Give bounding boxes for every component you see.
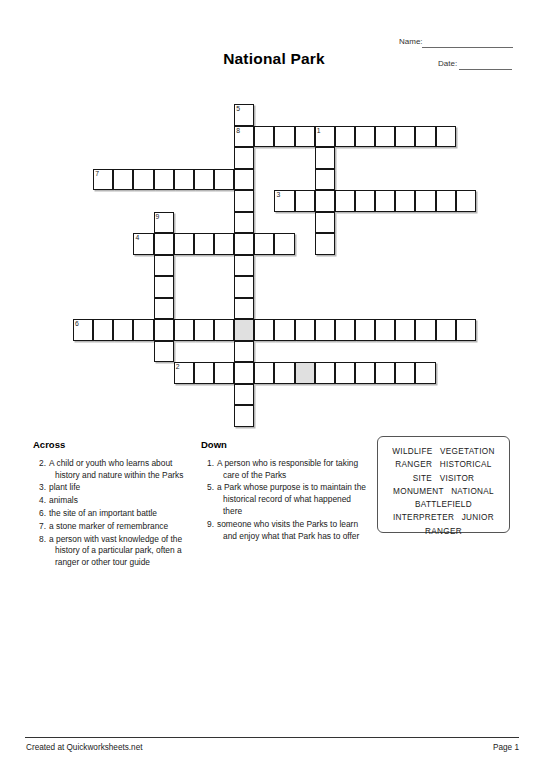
grid-cell[interactable] xyxy=(154,276,174,298)
grid-cell[interactable] xyxy=(254,319,274,341)
grid-void xyxy=(436,255,456,277)
grid-void xyxy=(415,276,435,298)
across-clue-2: 2.A child or youth who learns about hist… xyxy=(33,458,198,482)
grid-cell[interactable] xyxy=(436,126,456,148)
across-clue-4: 4.animals xyxy=(33,495,198,507)
crossword-grid: 581739462 xyxy=(73,104,476,427)
grid-void xyxy=(113,190,133,212)
grid-void xyxy=(436,298,456,320)
grid-cell[interactable] xyxy=(234,362,254,384)
grid-cell[interactable] xyxy=(315,147,335,169)
grid-cell[interactable] xyxy=(415,362,435,384)
grid-void xyxy=(133,190,153,212)
grid-void xyxy=(456,405,476,427)
grid-void xyxy=(113,405,133,427)
grid-void xyxy=(194,255,214,277)
down-clues: Down 1.A person who is responsible for t… xyxy=(201,439,371,543)
clue-number-label: 7. xyxy=(33,521,46,533)
grid-void xyxy=(133,384,153,406)
grid-cell[interactable] xyxy=(214,169,234,191)
grid-void xyxy=(274,341,294,363)
grid-void xyxy=(274,276,294,298)
grid-cell[interactable]: 3 xyxy=(274,190,294,212)
grid-void xyxy=(113,362,133,384)
grid-void xyxy=(415,147,435,169)
clue-number-4: 4 xyxy=(135,234,139,242)
grid-void xyxy=(133,126,153,148)
grid-void xyxy=(415,341,435,363)
clue-number-2: 2 xyxy=(176,363,180,371)
grid-void xyxy=(194,212,214,234)
grid-cell[interactable] xyxy=(194,362,214,384)
grid-void xyxy=(456,384,476,406)
grid-void xyxy=(214,298,234,320)
grid-void xyxy=(113,298,133,320)
clue-text: a stone marker of remembrance xyxy=(49,521,168,533)
clue-number-7: 7 xyxy=(95,170,99,178)
grid-cell[interactable] xyxy=(315,212,335,234)
grid-void xyxy=(113,104,133,126)
grid-void xyxy=(73,190,93,212)
grid-void xyxy=(395,341,415,363)
grid-cell[interactable] xyxy=(395,190,415,212)
footer-page-number: Page 1 xyxy=(493,743,519,752)
name-input-line[interactable] xyxy=(422,38,513,48)
grid-void xyxy=(174,405,194,427)
grid-void xyxy=(254,255,274,277)
grid-void xyxy=(154,362,174,384)
grid-void xyxy=(73,362,93,384)
clue-number-label: 5. xyxy=(201,482,214,517)
grid-void xyxy=(93,255,113,277)
grid-void xyxy=(73,298,93,320)
grid-void xyxy=(274,384,294,406)
grid-void xyxy=(436,384,456,406)
grid-void xyxy=(295,341,315,363)
grid-cell[interactable] xyxy=(234,298,254,320)
grid-void xyxy=(436,233,456,255)
word-bank: WILDLIFE VEGETATIONRANGER HISTORICALSITE… xyxy=(377,436,510,533)
grid-void xyxy=(335,384,355,406)
grid-cell[interactable] xyxy=(234,190,254,212)
grid-void xyxy=(254,405,274,427)
grid-cell[interactable] xyxy=(214,233,234,255)
grid-void xyxy=(415,212,435,234)
grid-cell[interactable] xyxy=(315,362,335,384)
grid-cell[interactable] xyxy=(395,362,415,384)
grid-void xyxy=(274,405,294,427)
grid-void xyxy=(174,298,194,320)
grid-cell[interactable] xyxy=(214,319,234,341)
grid-void xyxy=(456,147,476,169)
clue-number-3: 3 xyxy=(276,191,280,199)
across-clue-8: 8.a person with vast knowledge of the hi… xyxy=(33,534,198,569)
grid-cell[interactable] xyxy=(234,341,254,363)
grid-cell[interactable] xyxy=(254,362,274,384)
word-bank-line: BATTLEFIELD xyxy=(378,498,509,511)
grid-void xyxy=(93,212,113,234)
across-clue-list: 2.A child or youth who learns about hist… xyxy=(33,458,198,569)
grid-void xyxy=(436,212,456,234)
grid-cell[interactable] xyxy=(295,319,315,341)
grid-cell[interactable] xyxy=(335,126,355,148)
grid-void xyxy=(415,104,435,126)
grid-void xyxy=(375,233,395,255)
grid-cell[interactable] xyxy=(335,319,355,341)
grid-void xyxy=(93,233,113,255)
grid-cell[interactable] xyxy=(274,362,294,384)
grid-cell[interactable]: 1 xyxy=(315,126,335,148)
grid-void xyxy=(355,341,375,363)
across-clue-3: 3.plant life xyxy=(33,482,198,494)
grid-void xyxy=(335,233,355,255)
grid-cell[interactable]: 9 xyxy=(154,212,174,234)
grid-void xyxy=(174,104,194,126)
grid-cell[interactable]: 2 xyxy=(174,362,194,384)
date-input-line[interactable] xyxy=(459,60,512,70)
grid-void xyxy=(375,384,395,406)
clue-text: A person who is responsible for taking c… xyxy=(217,458,371,482)
grid-void xyxy=(93,384,113,406)
grid-cell[interactable] xyxy=(154,169,174,191)
grid-void xyxy=(436,147,456,169)
grid-cell[interactable] xyxy=(234,276,254,298)
grid-void xyxy=(335,298,355,320)
grid-void xyxy=(456,233,476,255)
clue-text: someone who visits the Parks to learn an… xyxy=(217,519,371,543)
grid-void xyxy=(375,104,395,126)
grid-void xyxy=(274,255,294,277)
grid-void xyxy=(73,405,93,427)
grid-void xyxy=(154,104,174,126)
grid-cell[interactable] xyxy=(194,169,214,191)
grid-cell[interactable] xyxy=(295,190,315,212)
grid-void xyxy=(375,169,395,191)
grid-void xyxy=(274,298,294,320)
word-bank-line: WILDLIFE VEGETATION xyxy=(378,445,509,458)
grid-cell[interactable] xyxy=(315,233,335,255)
grid-void xyxy=(133,276,153,298)
grid-void xyxy=(395,255,415,277)
grid-cell[interactable]: 6 xyxy=(73,319,93,341)
grid-void xyxy=(395,212,415,234)
grid-cell[interactable]: 8 xyxy=(234,126,254,148)
grid-void xyxy=(113,255,133,277)
grid-cell[interactable] xyxy=(415,126,435,148)
grid-void xyxy=(436,276,456,298)
grid-void xyxy=(274,104,294,126)
grid-void xyxy=(335,147,355,169)
down-heading: Down xyxy=(201,439,371,451)
grid-cell[interactable] xyxy=(234,405,254,427)
clue-number-label: 9. xyxy=(201,519,214,543)
grid-void xyxy=(395,276,415,298)
grid-cell[interactable] xyxy=(456,190,476,212)
grid-cell[interactable] xyxy=(174,319,194,341)
grid-void xyxy=(335,276,355,298)
grid-void xyxy=(415,255,435,277)
grid-void xyxy=(395,298,415,320)
grid-cell[interactable] xyxy=(154,341,174,363)
grid-void xyxy=(274,212,294,234)
grid-void xyxy=(133,405,153,427)
grid-void xyxy=(194,190,214,212)
grid-void xyxy=(113,126,133,148)
grid-cell[interactable] xyxy=(113,169,133,191)
grid-void xyxy=(315,341,335,363)
down-clue-list: 1.A person who is responsible for taking… xyxy=(201,458,371,543)
grid-cell[interactable] xyxy=(355,362,375,384)
grid-cell[interactable] xyxy=(315,169,335,191)
grid-cell[interactable] xyxy=(335,190,355,212)
grid-void xyxy=(415,233,435,255)
grid-void xyxy=(456,126,476,148)
grid-void xyxy=(295,276,315,298)
grid-void xyxy=(93,341,113,363)
grid-void xyxy=(73,212,93,234)
across-clue-7: 7.a stone marker of remembrance xyxy=(33,521,198,533)
grid-cell[interactable] xyxy=(395,319,415,341)
grid-void xyxy=(73,276,93,298)
clue-number-9: 9 xyxy=(156,213,160,221)
grid-void xyxy=(436,405,456,427)
grid-cell[interactable] xyxy=(436,190,456,212)
clue-number-label: 1. xyxy=(201,458,214,482)
grid-void xyxy=(295,255,315,277)
grid-cell[interactable] xyxy=(174,233,194,255)
grid-cell[interactable] xyxy=(375,362,395,384)
grid-cell[interactable] xyxy=(234,169,254,191)
grid-void xyxy=(395,147,415,169)
grid-void xyxy=(133,255,153,277)
grid-void xyxy=(436,362,456,384)
grid-void xyxy=(73,126,93,148)
across-clues: Across 2.A child or youth who learns abo… xyxy=(33,439,198,570)
grid-cell[interactable] xyxy=(335,362,355,384)
grid-void xyxy=(214,255,234,277)
grid-cell[interactable] xyxy=(375,190,395,212)
grid-void xyxy=(254,212,274,234)
grid-void xyxy=(295,104,315,126)
grid-cell[interactable] xyxy=(174,169,194,191)
word-bank-line: SITE VISITOR xyxy=(378,472,509,485)
grid-cell[interactable] xyxy=(355,126,375,148)
grid-void xyxy=(355,298,375,320)
grid-void xyxy=(73,104,93,126)
grid-void xyxy=(395,233,415,255)
grid-void xyxy=(456,298,476,320)
grid-cell[interactable] xyxy=(154,298,174,320)
grid-cell[interactable] xyxy=(234,233,254,255)
grid-cell[interactable] xyxy=(234,255,254,277)
grid-void xyxy=(174,190,194,212)
grid-cell[interactable]: 5 xyxy=(234,104,254,126)
grid-void xyxy=(355,233,375,255)
grid-void xyxy=(73,169,93,191)
grid-void xyxy=(214,104,234,126)
grid-void xyxy=(335,169,355,191)
grid-cell[interactable] xyxy=(274,233,294,255)
grid-cell-word-space xyxy=(295,362,315,384)
grid-cell[interactable] xyxy=(254,233,274,255)
grid-void xyxy=(456,255,476,277)
grid-void xyxy=(133,147,153,169)
grid-cell[interactable] xyxy=(436,319,456,341)
grid-void xyxy=(93,190,113,212)
grid-void xyxy=(375,341,395,363)
grid-void xyxy=(93,276,113,298)
grid-cell[interactable] xyxy=(295,126,315,148)
grid-cell[interactable] xyxy=(113,319,133,341)
grid-cell[interactable] xyxy=(214,362,234,384)
grid-void xyxy=(415,405,435,427)
grid-void xyxy=(335,341,355,363)
grid-void xyxy=(93,104,113,126)
grid-cell[interactable] xyxy=(93,319,113,341)
grid-void xyxy=(214,384,234,406)
grid-cell[interactable] xyxy=(315,319,335,341)
grid-cell[interactable] xyxy=(456,319,476,341)
grid-void xyxy=(254,341,274,363)
footer-divider xyxy=(25,737,519,738)
grid-void xyxy=(174,341,194,363)
grid-cell[interactable] xyxy=(154,233,174,255)
word-bank-line: RANGER HISTORICAL xyxy=(378,458,509,471)
grid-void xyxy=(436,104,456,126)
grid-void xyxy=(315,276,335,298)
grid-void xyxy=(194,298,214,320)
grid-void xyxy=(295,169,315,191)
grid-cell[interactable] xyxy=(355,319,375,341)
grid-void xyxy=(133,104,153,126)
grid-cell[interactable] xyxy=(154,255,174,277)
clue-text: A child or youth who learns about histor… xyxy=(49,458,198,482)
grid-void xyxy=(355,276,375,298)
grid-cell[interactable] xyxy=(234,384,254,406)
grid-void xyxy=(415,384,435,406)
grid-cell[interactable]: 7 xyxy=(93,169,113,191)
grid-cell[interactable] xyxy=(355,190,375,212)
grid-void xyxy=(133,212,153,234)
grid-void xyxy=(113,276,133,298)
grid-void xyxy=(375,298,395,320)
grid-void xyxy=(254,147,274,169)
clue-text: the site of an important battle xyxy=(49,508,157,520)
grid-void xyxy=(73,341,93,363)
grid-void xyxy=(295,233,315,255)
grid-void xyxy=(93,405,113,427)
grid-cell[interactable] xyxy=(133,169,153,191)
grid-void xyxy=(194,126,214,148)
grid-void xyxy=(355,384,375,406)
grid-void xyxy=(355,104,375,126)
grid-void xyxy=(194,276,214,298)
grid-void xyxy=(274,169,294,191)
grid-void xyxy=(315,384,335,406)
grid-void xyxy=(355,212,375,234)
grid-cell[interactable] xyxy=(415,319,435,341)
grid-void xyxy=(355,255,375,277)
grid-void xyxy=(375,405,395,427)
grid-void xyxy=(436,169,456,191)
grid-void xyxy=(113,147,133,169)
grid-void xyxy=(214,126,234,148)
grid-void xyxy=(395,384,415,406)
footer-credit: Created at Quickworksheets.net xyxy=(26,743,143,752)
grid-cell[interactable] xyxy=(194,233,214,255)
grid-void xyxy=(415,169,435,191)
grid-cell[interactable] xyxy=(375,126,395,148)
grid-void xyxy=(415,298,435,320)
grid-void xyxy=(395,169,415,191)
grid-void xyxy=(154,126,174,148)
grid-void xyxy=(133,341,153,363)
grid-void xyxy=(456,104,476,126)
grid-cell[interactable] xyxy=(415,190,435,212)
grid-void xyxy=(315,104,335,126)
grid-void xyxy=(375,276,395,298)
grid-void xyxy=(335,212,355,234)
grid-cell[interactable] xyxy=(254,126,274,148)
grid-void xyxy=(174,384,194,406)
grid-cell[interactable] xyxy=(274,126,294,148)
grid-void xyxy=(214,341,234,363)
grid-cell[interactable] xyxy=(234,147,254,169)
grid-void xyxy=(133,298,153,320)
grid-void xyxy=(274,147,294,169)
grid-void xyxy=(456,169,476,191)
grid-void xyxy=(113,384,133,406)
grid-void xyxy=(456,341,476,363)
grid-cell[interactable] xyxy=(234,212,254,234)
down-clue-1: 1.A person who is responsible for taking… xyxy=(201,458,371,482)
grid-void xyxy=(174,255,194,277)
grid-void xyxy=(456,212,476,234)
grid-cell[interactable] xyxy=(375,319,395,341)
clue-text: a person with vast knowledge of the hist… xyxy=(49,534,198,569)
grid-void xyxy=(335,255,355,277)
grid-cell[interactable] xyxy=(395,126,415,148)
grid-void xyxy=(154,190,174,212)
grid-void xyxy=(254,298,274,320)
clue-number-1: 1 xyxy=(317,127,321,135)
grid-void xyxy=(355,169,375,191)
grid-void xyxy=(456,362,476,384)
grid-cell[interactable] xyxy=(315,190,335,212)
grid-cell[interactable]: 4 xyxy=(133,233,153,255)
grid-cell[interactable] xyxy=(154,319,174,341)
grid-void xyxy=(214,212,234,234)
grid-void xyxy=(375,212,395,234)
grid-void xyxy=(295,212,315,234)
grid-void xyxy=(113,212,133,234)
grid-void xyxy=(355,405,375,427)
grid-void xyxy=(315,405,335,427)
grid-void xyxy=(194,341,214,363)
grid-cell-word-space xyxy=(234,319,254,341)
grid-void xyxy=(93,362,113,384)
grid-cell[interactable] xyxy=(274,319,294,341)
grid-void xyxy=(214,147,234,169)
grid-void xyxy=(214,405,234,427)
name-label: Name: xyxy=(399,37,423,46)
clue-number-5: 5 xyxy=(236,105,240,113)
grid-cell[interactable] xyxy=(194,319,214,341)
clue-number-label: 4. xyxy=(33,495,46,507)
grid-cell[interactable] xyxy=(133,319,153,341)
grid-void xyxy=(154,384,174,406)
grid-void xyxy=(254,169,274,191)
